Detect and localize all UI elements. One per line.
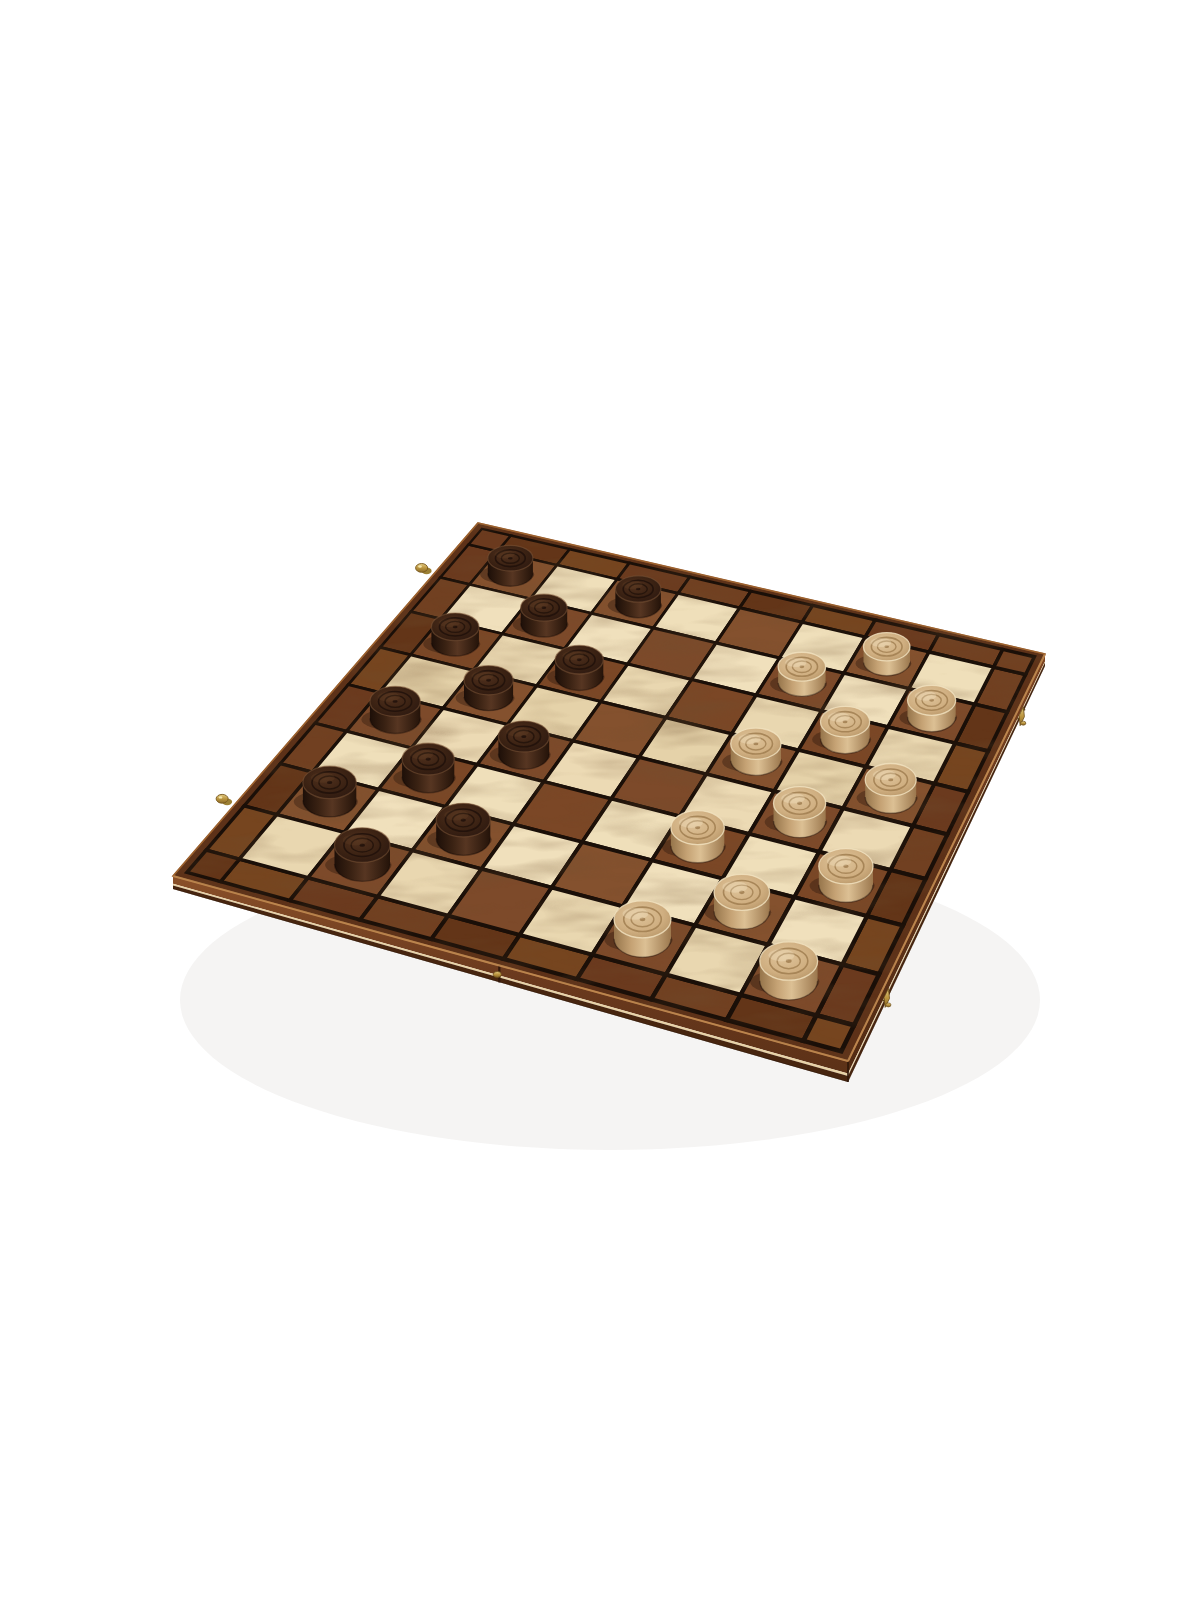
brass-latch-knob xyxy=(216,794,232,805)
brass-latch-knob xyxy=(416,564,432,575)
checkers-board-scene xyxy=(0,0,1200,1600)
brass-hinge xyxy=(493,971,501,977)
product-photo-stage xyxy=(0,0,1200,1600)
